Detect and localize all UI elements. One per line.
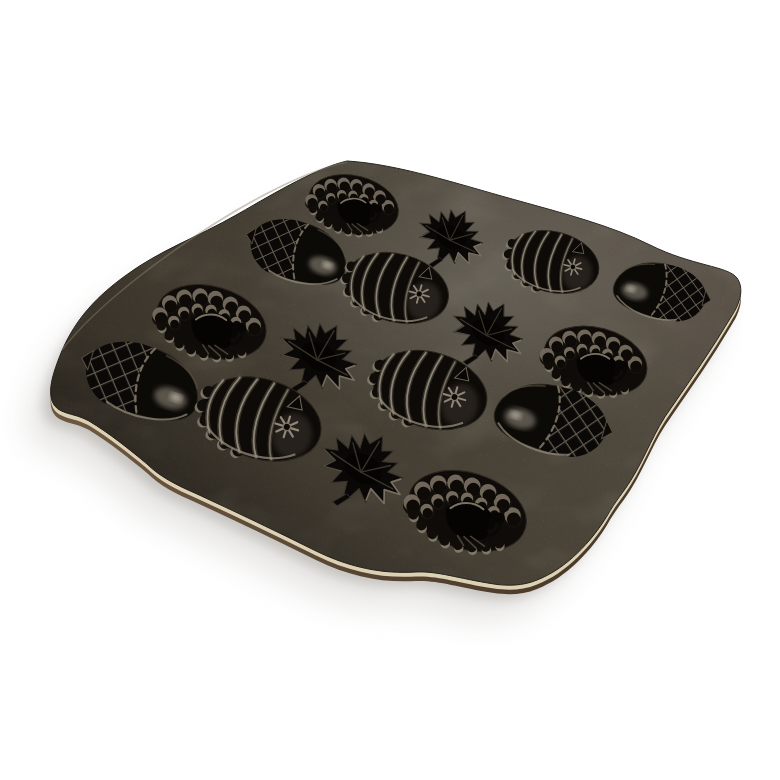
product-photo [0, 0, 780, 780]
pan-svg [0, 0, 780, 780]
